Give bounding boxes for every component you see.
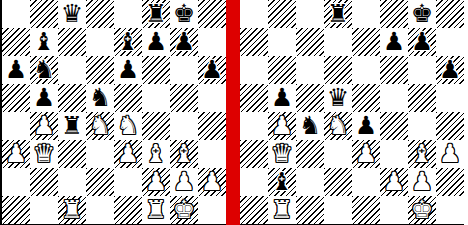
square-a1[interactable]	[2, 196, 30, 224]
black-knight: ♞	[89, 84, 111, 112]
square-h8[interactable]	[198, 0, 226, 28]
square-c6[interactable]	[58, 56, 86, 84]
square-g1[interactable]: ♚	[408, 196, 436, 224]
black-king: ♚	[173, 0, 195, 28]
black-pawn: ♟	[439, 56, 461, 84]
square-a2[interactable]	[2, 168, 30, 196]
square-f3[interactable]	[380, 140, 408, 168]
square-g3[interactable]: ♝	[408, 140, 436, 168]
square-a4[interactable]	[240, 112, 268, 140]
square-e6[interactable]: ♟	[114, 56, 142, 84]
white-pawn: ♟	[5, 140, 27, 168]
white-rook: ♜	[61, 196, 83, 224]
square-e3[interactable]: ♟	[352, 140, 380, 168]
black-pawn: ♟	[5, 56, 27, 84]
square-c3[interactable]	[58, 140, 86, 168]
square-a8[interactable]	[2, 0, 30, 28]
black-pawn: ♟	[173, 28, 195, 56]
white-queen: ♛	[271, 140, 293, 168]
square-g1[interactable]: ♚	[170, 196, 198, 224]
square-d1[interactable]	[86, 196, 114, 224]
black-bishop: ♝	[117, 28, 139, 56]
square-g2[interactable]: ♟	[170, 168, 198, 196]
square-d1[interactable]	[324, 196, 352, 224]
square-e1[interactable]	[114, 196, 142, 224]
black-rook: ♜	[61, 112, 83, 140]
white-bishop: ♝	[145, 140, 167, 168]
square-g2[interactable]: ♟	[408, 168, 436, 196]
square-h5[interactable]	[198, 84, 226, 112]
square-f3[interactable]: ♝	[142, 140, 170, 168]
white-bishop: ♝	[173, 140, 195, 168]
square-g7[interactable]: ♟	[170, 28, 198, 56]
square-e8[interactable]	[114, 0, 142, 28]
right-margin	[464, 0, 468, 225]
square-c8[interactable]	[296, 0, 324, 28]
square-d7[interactable]	[86, 28, 114, 56]
square-f1[interactable]: ♜	[142, 196, 170, 224]
square-f8[interactable]: ♜	[142, 0, 170, 28]
square-e6[interactable]	[352, 56, 380, 84]
black-queen: ♛	[327, 84, 349, 112]
square-f2[interactable]: ♟	[380, 168, 408, 196]
square-h3[interactable]	[198, 140, 226, 168]
square-d3[interactable]	[324, 140, 352, 168]
black-rook: ♜	[327, 0, 349, 28]
square-f5[interactable]	[380, 84, 408, 112]
square-b5[interactable]: ♟	[30, 84, 58, 112]
square-f7[interactable]: ♟	[142, 28, 170, 56]
square-g4[interactable]	[408, 112, 436, 140]
white-pawn: ♟	[355, 140, 377, 168]
square-a2[interactable]	[240, 168, 268, 196]
square-h2[interactable]: ♟	[198, 168, 226, 196]
square-e2[interactable]	[114, 168, 142, 196]
square-c6[interactable]	[296, 56, 324, 84]
square-f7[interactable]: ♟	[380, 28, 408, 56]
square-d6[interactable]	[324, 56, 352, 84]
square-f1[interactable]	[380, 196, 408, 224]
black-queen: ♛	[61, 0, 83, 28]
square-e3[interactable]: ♟	[114, 140, 142, 168]
black-king: ♚	[411, 0, 433, 28]
white-knight: ♞	[89, 112, 111, 140]
square-b3[interactable]: ♛	[268, 140, 296, 168]
red-divider	[226, 0, 240, 225]
square-h7[interactable]	[198, 28, 226, 56]
square-e5[interactable]	[114, 84, 142, 112]
square-a1[interactable]	[240, 196, 268, 224]
square-e7[interactable]	[352, 28, 380, 56]
white-pawn: ♟	[117, 140, 139, 168]
square-a7[interactable]	[240, 28, 268, 56]
black-bishop: ♝	[33, 28, 55, 56]
white-pawn: ♟	[145, 168, 167, 196]
square-d6[interactable]	[86, 56, 114, 84]
square-b5[interactable]: ♟	[268, 84, 296, 112]
square-h7[interactable]	[436, 28, 464, 56]
square-f2[interactable]: ♟	[142, 168, 170, 196]
square-h2[interactable]	[436, 168, 464, 196]
square-h4[interactable]	[198, 112, 226, 140]
square-a8[interactable]	[240, 0, 268, 28]
black-pawn: ♟	[271, 84, 293, 112]
white-bishop: ♝	[411, 140, 433, 168]
white-king: ♚	[411, 196, 433, 224]
square-d5[interactable]: ♞	[86, 84, 114, 112]
square-e1[interactable]	[352, 196, 380, 224]
square-e4[interactable]: ♟	[352, 112, 380, 140]
square-d8[interactable]: ♜	[324, 0, 352, 28]
right-board: ♜♚♟♟♟♟♛♟♞♞♟♛♟♝♟♝♟♟♜♚	[240, 0, 464, 225]
white-pawn: ♟	[411, 168, 433, 196]
square-b8[interactable]	[30, 0, 58, 28]
page: ♛♜♚♝♝♟♟♟♞♟♟♟♞♟♜♞♞♟♛♟♝♝♟♟♟♜♜♚ ♜♚♟♟♟♟♛♟♞♞♟…	[0, 0, 468, 225]
square-f6[interactable]	[142, 56, 170, 84]
square-f5[interactable]	[142, 84, 170, 112]
square-f6[interactable]	[380, 56, 408, 84]
square-e5[interactable]	[352, 84, 380, 112]
square-g8[interactable]: ♚	[408, 0, 436, 28]
square-c3[interactable]	[296, 140, 324, 168]
square-g5[interactable]	[408, 84, 436, 112]
square-c7[interactable]	[296, 28, 324, 56]
black-rook: ♜	[145, 0, 167, 28]
square-a5[interactable]	[240, 84, 268, 112]
square-a6[interactable]	[240, 56, 268, 84]
white-pawn: ♟	[33, 112, 55, 140]
square-f8[interactable]	[380, 0, 408, 28]
square-h5[interactable]	[436, 84, 464, 112]
square-d8[interactable]	[86, 0, 114, 28]
square-c5[interactable]	[296, 84, 324, 112]
black-pawn: ♟	[145, 28, 167, 56]
square-h3[interactable]: ♟	[436, 140, 464, 168]
black-pawn: ♟	[201, 56, 223, 84]
square-d3[interactable]	[86, 140, 114, 168]
square-a3[interactable]: ♟	[2, 140, 30, 168]
black-knight: ♞	[33, 56, 55, 84]
square-c1[interactable]: ♜	[58, 196, 86, 224]
square-c5[interactable]	[58, 84, 86, 112]
white-knight: ♞	[327, 112, 349, 140]
white-pawn: ♟	[201, 168, 223, 196]
square-d2[interactable]	[86, 168, 114, 196]
square-b7[interactable]: ♝	[30, 28, 58, 56]
square-a7[interactable]	[2, 28, 30, 56]
white-king: ♚	[173, 196, 195, 224]
black-knight: ♞	[299, 112, 321, 140]
square-b6[interactable]: ♞	[30, 56, 58, 84]
square-a5[interactable]	[2, 84, 30, 112]
square-d4[interactable]: ♞	[86, 112, 114, 140]
square-h6[interactable]: ♟	[198, 56, 226, 84]
square-d7[interactable]	[324, 28, 352, 56]
square-f4[interactable]	[142, 112, 170, 140]
square-g8[interactable]: ♚	[170, 0, 198, 28]
square-g6[interactable]	[408, 56, 436, 84]
square-c8[interactable]: ♛	[58, 0, 86, 28]
black-pawn: ♟	[33, 84, 55, 112]
square-e8[interactable]	[352, 0, 380, 28]
square-h8[interactable]	[436, 0, 464, 28]
black-pawn: ♟	[355, 112, 377, 140]
square-g3[interactable]: ♝	[170, 140, 198, 168]
white-pawn: ♟	[173, 168, 195, 196]
square-a4[interactable]	[2, 112, 30, 140]
square-b2[interactable]: ♝	[268, 168, 296, 196]
square-c2[interactable]	[296, 168, 324, 196]
square-b6[interactable]	[268, 56, 296, 84]
square-b3[interactable]: ♛	[30, 140, 58, 168]
square-a6[interactable]: ♟	[2, 56, 30, 84]
black-pawn: ♟	[117, 56, 139, 84]
left-board: ♛♜♚♝♝♟♟♟♞♟♟♟♞♟♜♞♞♟♛♟♝♝♟♟♟♜♜♚	[2, 0, 226, 225]
square-g4[interactable]	[170, 112, 198, 140]
square-b1[interactable]	[30, 196, 58, 224]
white-queen: ♛	[33, 140, 55, 168]
square-h1[interactable]	[436, 196, 464, 224]
white-pawn: ♟	[383, 168, 405, 196]
square-c4[interactable]: ♞	[296, 112, 324, 140]
square-h6[interactable]: ♟	[436, 56, 464, 84]
white-rook: ♜	[271, 196, 293, 224]
square-c2[interactable]	[58, 168, 86, 196]
square-a3[interactable]	[240, 140, 268, 168]
square-c1[interactable]	[296, 196, 324, 224]
black-bishop: ♝	[271, 168, 293, 196]
square-g7[interactable]: ♟	[408, 28, 436, 56]
square-c4[interactable]: ♜	[58, 112, 86, 140]
square-b2[interactable]	[30, 168, 58, 196]
black-pawn: ♟	[411, 28, 433, 56]
square-g6[interactable]	[170, 56, 198, 84]
white-pawn: ♟	[271, 112, 293, 140]
square-b1[interactable]: ♜	[268, 196, 296, 224]
square-d4[interactable]: ♞	[324, 112, 352, 140]
square-e4[interactable]: ♞	[114, 112, 142, 140]
square-b4[interactable]: ♟	[268, 112, 296, 140]
square-e2[interactable]	[352, 168, 380, 196]
white-knight: ♞	[117, 112, 139, 140]
square-b7[interactable]	[268, 28, 296, 56]
square-h4[interactable]	[436, 112, 464, 140]
square-b8[interactable]	[268, 0, 296, 28]
square-h1[interactable]	[198, 196, 226, 224]
white-pawn: ♟	[439, 140, 461, 168]
square-e7[interactable]: ♝	[114, 28, 142, 56]
square-d2[interactable]	[324, 168, 352, 196]
white-rook: ♜	[145, 196, 167, 224]
square-d5[interactable]: ♛	[324, 84, 352, 112]
square-g5[interactable]	[170, 84, 198, 112]
black-pawn: ♟	[383, 28, 405, 56]
square-b4[interactable]: ♟	[30, 112, 58, 140]
square-f4[interactable]	[380, 112, 408, 140]
square-c7[interactable]	[58, 28, 86, 56]
